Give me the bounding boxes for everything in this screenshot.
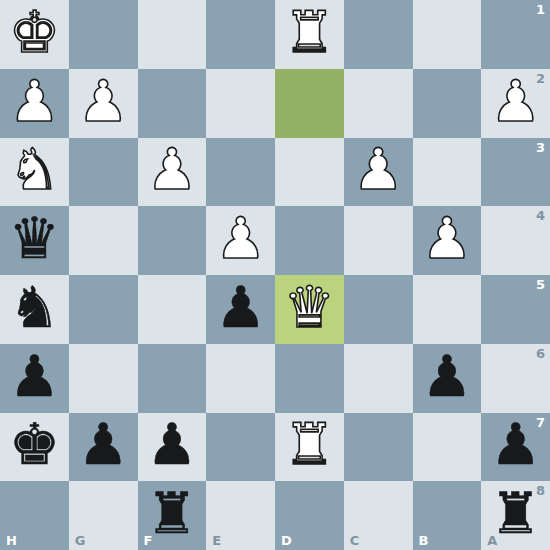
white-pawn-icon[interactable]: ♟ xyxy=(421,210,472,267)
black-pawn-icon[interactable]: ♟ xyxy=(490,416,541,473)
square-e4[interactable]: ♟ xyxy=(206,206,275,275)
square-h5[interactable]: ♞ xyxy=(0,275,69,344)
square-d2[interactable] xyxy=(275,69,344,138)
square-e7[interactable] xyxy=(206,413,275,482)
file-label-h: H xyxy=(6,534,17,547)
black-pawn-icon[interactable]: ♟ xyxy=(421,348,472,405)
square-d7[interactable]: ♜ xyxy=(275,413,344,482)
square-a2[interactable]: ♟2 xyxy=(481,69,550,138)
square-a3[interactable]: 3 xyxy=(481,138,550,207)
square-b2[interactable] xyxy=(413,69,482,138)
rank-label-8: 8 xyxy=(536,484,545,497)
square-c6[interactable] xyxy=(344,344,413,413)
square-h8[interactable]: H xyxy=(0,481,69,550)
square-f6[interactable] xyxy=(138,344,207,413)
white-pawn-icon[interactable]: ♟ xyxy=(146,141,197,198)
square-f3[interactable]: ♟ xyxy=(138,138,207,207)
square-h6[interactable]: ♟ xyxy=(0,344,69,413)
black-rook-icon[interactable]: ♜ xyxy=(146,485,197,542)
square-d3[interactable] xyxy=(275,138,344,207)
square-g5[interactable] xyxy=(69,275,138,344)
chess-board-container: ♚♜1♟♟♟2♞♟♟3♛♟♟4♞♟♛5♟♟6♚♟♟♜♟7HG♜FEDCB♜8A xyxy=(0,0,550,550)
rank-label-6: 6 xyxy=(536,347,545,360)
square-g6[interactable] xyxy=(69,344,138,413)
file-label-a: A xyxy=(487,534,497,547)
square-e1[interactable] xyxy=(206,0,275,69)
black-pawn-icon[interactable]: ♟ xyxy=(146,416,197,473)
square-g8[interactable]: G xyxy=(69,481,138,550)
black-rook-icon[interactable]: ♜ xyxy=(490,485,541,542)
square-g7[interactable]: ♟ xyxy=(69,413,138,482)
square-d1[interactable]: ♜ xyxy=(275,0,344,69)
square-c2[interactable] xyxy=(344,69,413,138)
rank-label-7: 7 xyxy=(536,416,545,429)
square-c3[interactable]: ♟ xyxy=(344,138,413,207)
black-pawn-icon[interactable]: ♟ xyxy=(78,416,129,473)
square-c4[interactable] xyxy=(344,206,413,275)
square-e6[interactable] xyxy=(206,344,275,413)
white-pawn-icon[interactable]: ♟ xyxy=(490,73,541,130)
square-f2[interactable] xyxy=(138,69,207,138)
square-d4[interactable] xyxy=(275,206,344,275)
black-queen-icon[interactable]: ♛ xyxy=(9,210,60,267)
rank-label-3: 3 xyxy=(536,141,545,154)
square-h4[interactable]: ♛ xyxy=(0,206,69,275)
square-c1[interactable] xyxy=(344,0,413,69)
square-g2[interactable]: ♟ xyxy=(69,69,138,138)
white-rook-icon[interactable]: ♜ xyxy=(284,4,335,61)
square-f7[interactable]: ♟ xyxy=(138,413,207,482)
square-f4[interactable] xyxy=(138,206,207,275)
square-e8[interactable]: E xyxy=(206,481,275,550)
white-pawn-icon[interactable]: ♟ xyxy=(9,73,60,130)
square-b6[interactable]: ♟ xyxy=(413,344,482,413)
rank-label-1: 1 xyxy=(536,3,545,16)
rank-label-2: 2 xyxy=(536,72,545,85)
square-f1[interactable] xyxy=(138,0,207,69)
square-d6[interactable] xyxy=(275,344,344,413)
white-queen-icon[interactable]: ♛ xyxy=(284,279,335,336)
square-b8[interactable]: B xyxy=(413,481,482,550)
square-b3[interactable] xyxy=(413,138,482,207)
square-a6[interactable]: 6 xyxy=(481,344,550,413)
square-b1[interactable] xyxy=(413,0,482,69)
square-h7[interactable]: ♚ xyxy=(0,413,69,482)
white-king-icon[interactable]: ♚ xyxy=(9,4,60,61)
white-knight-icon[interactable]: ♞ xyxy=(9,141,60,198)
square-f5[interactable] xyxy=(138,275,207,344)
black-king-icon[interactable]: ♚ xyxy=(9,416,60,473)
file-label-d: D xyxy=(281,534,292,547)
square-f8[interactable]: ♜F xyxy=(138,481,207,550)
square-g1[interactable] xyxy=(69,0,138,69)
square-a8[interactable]: ♜8A xyxy=(481,481,550,550)
square-e5[interactable]: ♟ xyxy=(206,275,275,344)
black-pawn-icon[interactable]: ♟ xyxy=(215,279,266,336)
black-pawn-icon[interactable]: ♟ xyxy=(9,348,60,405)
file-label-e: E xyxy=(212,534,221,547)
file-label-f: F xyxy=(144,534,153,547)
square-g4[interactable] xyxy=(69,206,138,275)
square-e2[interactable] xyxy=(206,69,275,138)
white-pawn-icon[interactable]: ♟ xyxy=(353,141,404,198)
square-d5[interactable]: ♛ xyxy=(275,275,344,344)
rank-label-4: 4 xyxy=(536,209,545,222)
file-label-g: G xyxy=(75,534,86,547)
square-c5[interactable] xyxy=(344,275,413,344)
square-b5[interactable] xyxy=(413,275,482,344)
chess-board: ♚♜1♟♟♟2♞♟♟3♛♟♟4♞♟♛5♟♟6♚♟♟♜♟7HG♜FEDCB♜8A xyxy=(0,0,550,550)
square-a5[interactable]: 5 xyxy=(481,275,550,344)
square-h3[interactable]: ♞ xyxy=(0,138,69,207)
file-label-c: C xyxy=(350,534,360,547)
square-h2[interactable]: ♟ xyxy=(0,69,69,138)
square-b4[interactable]: ♟ xyxy=(413,206,482,275)
white-pawn-icon[interactable]: ♟ xyxy=(215,210,266,267)
white-pawn-icon[interactable]: ♟ xyxy=(78,73,129,130)
square-g3[interactable] xyxy=(69,138,138,207)
square-c7[interactable] xyxy=(344,413,413,482)
square-a4[interactable]: 4 xyxy=(481,206,550,275)
square-b7[interactable] xyxy=(413,413,482,482)
square-d8[interactable]: D xyxy=(275,481,344,550)
rank-label-5: 5 xyxy=(536,278,545,291)
black-knight-icon[interactable]: ♞ xyxy=(9,279,60,336)
square-a1[interactable]: 1 xyxy=(481,0,550,69)
square-h1[interactable]: ♚ xyxy=(0,0,69,69)
square-c8[interactable]: C xyxy=(344,481,413,550)
white-rook-icon[interactable]: ♜ xyxy=(284,416,335,473)
file-label-b: B xyxy=(419,534,429,547)
square-e3[interactable] xyxy=(206,138,275,207)
square-a7[interactable]: ♟7 xyxy=(481,413,550,482)
